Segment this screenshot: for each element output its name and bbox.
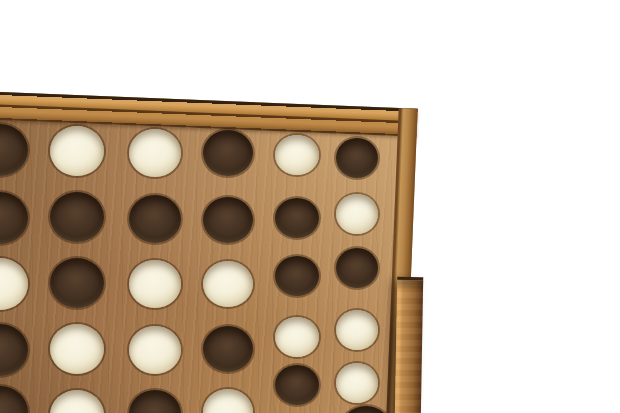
disc-D4-dark	[203, 326, 253, 372]
disc-F4-white	[336, 310, 378, 350]
disc-C1-white	[129, 129, 181, 177]
disc-E5-dark	[275, 365, 319, 405]
disc-F5-white	[336, 363, 378, 403]
disc-E4-white	[275, 317, 319, 357]
product-photo	[0, 0, 620, 413]
disc-B1-white	[50, 126, 104, 176]
disc-E3-dark	[275, 256, 319, 296]
disc-C2-dark	[129, 195, 181, 243]
disc-D2-dark	[203, 197, 253, 243]
disc-B3-dark	[50, 258, 104, 308]
disc-E1-white	[275, 135, 319, 175]
disc-F3-dark	[336, 248, 378, 288]
disc-D1-dark	[203, 130, 253, 176]
disc-F1-dark	[336, 138, 378, 178]
disc-E2-dark	[275, 198, 319, 238]
disc-C4-white	[129, 326, 181, 374]
disc-D3-white	[203, 261, 253, 307]
disc-B4-white	[50, 324, 104, 374]
disc-C3-white	[129, 260, 181, 308]
disc-F2-white	[336, 194, 378, 234]
disc-B2-dark	[50, 192, 104, 242]
support-post	[395, 277, 423, 413]
